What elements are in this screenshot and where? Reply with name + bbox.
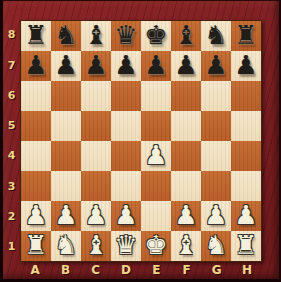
square-e4[interactable]: ♟ <box>141 141 171 171</box>
file-label-a: A <box>20 263 50 279</box>
square-b2[interactable]: ♟ <box>51 201 81 231</box>
square-a5[interactable] <box>21 111 51 141</box>
rank-label-5: 5 <box>3 111 20 141</box>
square-h1[interactable]: ♜ <box>231 231 261 261</box>
square-e8[interactable]: ♚ <box>141 21 171 51</box>
black-knight[interactable]: ♞ <box>204 21 227 50</box>
square-h7[interactable]: ♟ <box>231 51 261 81</box>
square-e6[interactable] <box>141 81 171 111</box>
chess-board-frame: 87654321 ♜♞♝♛♚♝♞♜♟♟♟♟♟♟♟♟♟♟♟♟♟♟♟♟♜♞♝♛♚♝♞… <box>0 0 281 282</box>
square-f6[interactable] <box>171 81 201 111</box>
square-b5[interactable] <box>51 111 81 141</box>
square-b7[interactable]: ♟ <box>51 51 81 81</box>
square-b8[interactable]: ♞ <box>51 21 81 51</box>
file-label-g: G <box>202 263 232 279</box>
square-b1[interactable]: ♞ <box>51 231 81 261</box>
square-h6[interactable] <box>231 81 261 111</box>
square-f3[interactable] <box>171 171 201 201</box>
rank-labels: 87654321 <box>3 20 20 262</box>
square-d7[interactable]: ♟ <box>111 51 141 81</box>
black-bishop[interactable]: ♝ <box>84 21 107 50</box>
square-g2[interactable]: ♟ <box>201 201 231 231</box>
square-h5[interactable] <box>231 111 261 141</box>
square-f4[interactable] <box>171 141 201 171</box>
square-g4[interactable] <box>201 141 231 171</box>
square-g6[interactable] <box>201 81 231 111</box>
square-c2[interactable]: ♟ <box>81 201 111 231</box>
black-pawn[interactable]: ♟ <box>24 51 47 80</box>
black-pawn[interactable]: ♟ <box>204 51 227 80</box>
square-h2[interactable]: ♟ <box>231 201 261 231</box>
file-label-c: C <box>81 263 111 279</box>
white-pawn[interactable]: ♟ <box>114 201 137 230</box>
black-bishop[interactable]: ♝ <box>174 21 197 50</box>
square-b4[interactable] <box>51 141 81 171</box>
square-f8[interactable]: ♝ <box>171 21 201 51</box>
white-pawn[interactable]: ♟ <box>24 201 47 230</box>
square-a3[interactable] <box>21 171 51 201</box>
square-d2[interactable]: ♟ <box>111 201 141 231</box>
black-pawn[interactable]: ♟ <box>174 51 197 80</box>
rank-label-2: 2 <box>3 202 20 232</box>
square-d5[interactable] <box>111 111 141 141</box>
white-queen[interactable]: ♛ <box>114 231 137 260</box>
white-pawn[interactable]: ♟ <box>54 201 77 230</box>
square-c4[interactable] <box>81 141 111 171</box>
square-b3[interactable] <box>51 171 81 201</box>
white-pawn[interactable]: ♟ <box>204 201 227 230</box>
white-knight[interactable]: ♞ <box>204 231 227 260</box>
black-pawn[interactable]: ♟ <box>144 51 167 80</box>
white-pawn[interactable]: ♟ <box>84 201 107 230</box>
white-pawn[interactable]: ♟ <box>234 201 257 230</box>
white-bishop[interactable]: ♝ <box>174 231 197 260</box>
square-h3[interactable] <box>231 171 261 201</box>
rank-label-7: 7 <box>3 51 20 81</box>
black-rook[interactable]: ♜ <box>24 21 47 50</box>
black-pawn[interactable]: ♟ <box>114 51 137 80</box>
square-a4[interactable] <box>21 141 51 171</box>
square-h8[interactable]: ♜ <box>231 21 261 51</box>
file-label-f: F <box>172 263 202 279</box>
square-h4[interactable] <box>231 141 261 171</box>
white-knight[interactable]: ♞ <box>54 231 77 260</box>
square-c1[interactable]: ♝ <box>81 231 111 261</box>
black-pawn[interactable]: ♟ <box>54 51 77 80</box>
square-g1[interactable]: ♞ <box>201 231 231 261</box>
square-c3[interactable] <box>81 171 111 201</box>
square-e7[interactable]: ♟ <box>141 51 171 81</box>
rank-label-8: 8 <box>3 20 20 50</box>
square-d3[interactable] <box>111 171 141 201</box>
black-pawn[interactable]: ♟ <box>84 51 107 80</box>
white-rook[interactable]: ♜ <box>234 231 257 260</box>
square-d8[interactable]: ♛ <box>111 21 141 51</box>
black-queen[interactable]: ♛ <box>114 21 137 50</box>
square-c5[interactable] <box>81 111 111 141</box>
square-f5[interactable] <box>171 111 201 141</box>
square-f7[interactable]: ♟ <box>171 51 201 81</box>
square-c7[interactable]: ♟ <box>81 51 111 81</box>
rank-label-3: 3 <box>3 172 20 202</box>
white-rook[interactable]: ♜ <box>24 231 47 260</box>
square-d1[interactable]: ♛ <box>111 231 141 261</box>
square-f2[interactable]: ♟ <box>171 201 201 231</box>
square-f1[interactable]: ♝ <box>171 231 201 261</box>
white-bishop[interactable]: ♝ <box>84 231 107 260</box>
white-king[interactable]: ♚ <box>144 231 167 260</box>
square-g3[interactable] <box>201 171 231 201</box>
rank-label-1: 1 <box>3 232 20 262</box>
black-knight[interactable]: ♞ <box>54 21 77 50</box>
square-e2[interactable] <box>141 201 171 231</box>
square-e3[interactable] <box>141 171 171 201</box>
white-pawn[interactable]: ♟ <box>174 201 197 230</box>
black-king[interactable]: ♚ <box>144 21 167 50</box>
white-pawn[interactable]: ♟ <box>144 141 167 170</box>
square-g8[interactable]: ♞ <box>201 21 231 51</box>
square-d6[interactable] <box>111 81 141 111</box>
square-c8[interactable]: ♝ <box>81 21 111 51</box>
file-label-h: H <box>232 263 262 279</box>
file-labels: ABCDEFGH <box>20 263 262 279</box>
square-d4[interactable] <box>111 141 141 171</box>
black-rook[interactable]: ♜ <box>234 21 257 50</box>
file-label-b: B <box>51 263 81 279</box>
square-a8[interactable]: ♜ <box>21 21 51 51</box>
square-e5[interactable] <box>141 111 171 141</box>
square-a6[interactable] <box>21 81 51 111</box>
rank-label-4: 4 <box>3 141 20 171</box>
square-a1[interactable]: ♜ <box>21 231 51 261</box>
file-label-e: E <box>141 263 171 279</box>
square-g7[interactable]: ♟ <box>201 51 231 81</box>
square-a7[interactable]: ♟ <box>21 51 51 81</box>
chess-board[interactable]: ♜♞♝♛♚♝♞♜♟♟♟♟♟♟♟♟♟♟♟♟♟♟♟♟♜♞♝♛♚♝♞♜ <box>20 20 262 262</box>
square-g5[interactable] <box>201 111 231 141</box>
square-c6[interactable] <box>81 81 111 111</box>
square-a2[interactable]: ♟ <box>21 201 51 231</box>
rank-label-6: 6 <box>3 81 20 111</box>
file-label-d: D <box>111 263 141 279</box>
square-e1[interactable]: ♚ <box>141 231 171 261</box>
square-b6[interactable] <box>51 81 81 111</box>
black-pawn[interactable]: ♟ <box>234 51 257 80</box>
